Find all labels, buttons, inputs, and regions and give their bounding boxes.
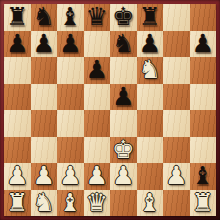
square-h3[interactable] [190,137,217,164]
square-g1[interactable] [163,190,190,217]
square-b4[interactable] [31,110,58,137]
black-knight-piece[interactable]: ♞ [31,4,57,30]
square-a1[interactable]: ♜ [4,190,31,217]
square-c7[interactable]: ♟ [57,31,84,58]
square-a6[interactable] [4,57,31,84]
white-pawn-piece[interactable]: ♟ [110,163,136,189]
square-c5[interactable] [57,84,84,111]
square-f3[interactable] [137,137,164,164]
square-g7[interactable] [163,31,190,58]
square-h1[interactable]: ♜ [190,190,217,217]
square-f8[interactable]: ♜ [137,4,164,31]
square-a7[interactable]: ♟ [4,31,31,58]
white-bishop-piece[interactable]: ♝ [137,190,163,216]
black-pawn-piece[interactable]: ♟ [4,31,30,57]
white-rook-piece[interactable]: ♜ [4,190,30,216]
black-knight-piece[interactable]: ♞ [110,31,136,57]
square-e8[interactable]: ♚ [110,4,137,31]
square-a2[interactable]: ♟ [4,163,31,190]
square-a5[interactable] [4,84,31,111]
square-c1[interactable]: ♝ [57,190,84,217]
square-b3[interactable] [31,137,58,164]
black-queen-piece[interactable]: ♛ [84,4,110,30]
square-d4[interactable] [84,110,111,137]
chess-board[interactable]: ♜♞♝♛♚♜♟♟♟♞♟♟♟♞♟♚♟♟♟♟♟♟♝♜♞♝♛♝♜ [4,4,216,216]
square-c4[interactable] [57,110,84,137]
black-pawn-piece[interactable]: ♟ [110,84,136,110]
square-b5[interactable] [31,84,58,111]
square-b1[interactable]: ♞ [31,190,58,217]
square-e6[interactable] [110,57,137,84]
white-pawn-piece[interactable]: ♟ [31,163,57,189]
square-f2[interactable] [137,163,164,190]
black-bishop-piece[interactable]: ♝ [190,163,216,189]
square-a4[interactable] [4,110,31,137]
square-f6[interactable]: ♞ [137,57,164,84]
square-d7[interactable] [84,31,111,58]
square-h7[interactable]: ♟ [190,31,217,58]
white-pawn-piece[interactable]: ♟ [4,163,30,189]
white-queen-piece[interactable]: ♛ [84,190,110,216]
black-bishop-piece[interactable]: ♝ [57,4,83,30]
black-pawn-piece[interactable]: ♟ [190,31,216,57]
square-g5[interactable] [163,84,190,111]
square-g4[interactable] [163,110,190,137]
square-g8[interactable] [163,4,190,31]
white-bishop-piece[interactable]: ♝ [57,190,83,216]
square-e7[interactable]: ♞ [110,31,137,58]
square-d8[interactable]: ♛ [84,4,111,31]
black-rook-piece[interactable]: ♜ [137,4,163,30]
square-f5[interactable] [137,84,164,111]
square-f4[interactable] [137,110,164,137]
white-pawn-piece[interactable]: ♟ [163,163,189,189]
square-c6[interactable] [57,57,84,84]
black-pawn-piece[interactable]: ♟ [84,57,110,83]
square-e1[interactable] [110,190,137,217]
black-rook-piece[interactable]: ♜ [4,4,30,30]
square-a3[interactable] [4,137,31,164]
square-c8[interactable]: ♝ [57,4,84,31]
white-knight-piece[interactable]: ♞ [137,57,163,83]
black-king-piece[interactable]: ♚ [110,4,136,30]
square-c3[interactable] [57,137,84,164]
board-frame: ♜♞♝♛♚♜♟♟♟♞♟♟♟♞♟♚♟♟♟♟♟♟♝♜♞♝♛♝♜ [0,0,220,220]
square-d6[interactable]: ♟ [84,57,111,84]
square-d1[interactable]: ♛ [84,190,111,217]
square-b7[interactable]: ♟ [31,31,58,58]
square-d5[interactable] [84,84,111,111]
square-c2[interactable]: ♟ [57,163,84,190]
square-h6[interactable] [190,57,217,84]
square-h4[interactable] [190,110,217,137]
square-e4[interactable] [110,110,137,137]
square-d2[interactable]: ♟ [84,163,111,190]
black-pawn-piece[interactable]: ♟ [137,31,163,57]
white-rook-piece[interactable]: ♜ [190,190,216,216]
black-pawn-piece[interactable]: ♟ [31,31,57,57]
square-e2[interactable]: ♟ [110,163,137,190]
square-b8[interactable]: ♞ [31,4,58,31]
square-b2[interactable]: ♟ [31,163,58,190]
square-e3[interactable]: ♚ [110,137,137,164]
white-pawn-piece[interactable]: ♟ [57,163,83,189]
white-pawn-piece[interactable]: ♟ [84,163,110,189]
black-pawn-piece[interactable]: ♟ [57,31,83,57]
square-a8[interactable]: ♜ [4,4,31,31]
square-b6[interactable] [31,57,58,84]
square-g3[interactable] [163,137,190,164]
square-g6[interactable] [163,57,190,84]
square-f7[interactable]: ♟ [137,31,164,58]
square-d3[interactable] [84,137,111,164]
square-g2[interactable]: ♟ [163,163,190,190]
white-knight-piece[interactable]: ♞ [31,190,57,216]
white-king-piece[interactable]: ♚ [110,137,136,163]
square-h2[interactable]: ♝ [190,163,217,190]
square-f1[interactable]: ♝ [137,190,164,217]
square-e5[interactable]: ♟ [110,84,137,111]
square-h8[interactable] [190,4,217,31]
square-h5[interactable] [190,84,217,111]
